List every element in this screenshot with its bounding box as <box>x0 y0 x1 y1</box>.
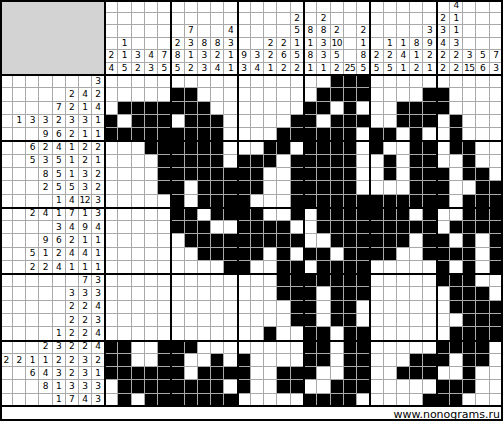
grid-cell[interactable] <box>211 367 224 380</box>
grid-cell[interactable] <box>264 208 277 221</box>
grid-cell[interactable] <box>185 234 198 247</box>
grid-cell[interactable] <box>437 248 450 261</box>
grid-cell[interactable] <box>132 301 145 314</box>
grid-cell[interactable] <box>331 221 344 234</box>
grid-cell[interactable] <box>437 314 450 327</box>
grid-cell[interactable] <box>437 341 450 354</box>
grid-cell[interactable] <box>264 88 277 101</box>
grid-cell[interactable] <box>397 314 410 327</box>
grid-cell[interactable] <box>490 195 503 208</box>
grid-cell[interactable] <box>185 102 198 115</box>
grid-cell[interactable] <box>132 380 145 393</box>
grid-cell[interactable] <box>277 155 290 168</box>
grid-cell[interactable] <box>291 248 304 261</box>
grid-cell[interactable] <box>397 208 410 221</box>
grid-cell[interactable] <box>211 155 224 168</box>
grid-cell[interactable] <box>277 354 290 367</box>
grid-cell[interactable] <box>264 155 277 168</box>
grid-cell[interactable] <box>397 115 410 128</box>
grid-cell[interactable] <box>251 88 264 101</box>
grid-cell[interactable] <box>344 274 357 287</box>
grid-cell[interactable] <box>105 88 118 101</box>
grid-cell[interactable] <box>171 301 184 314</box>
grid-cell[interactable] <box>251 341 264 354</box>
grid-cell[interactable] <box>185 195 198 208</box>
grid-cell[interactable] <box>118 208 131 221</box>
grid-cell[interactable] <box>331 341 344 354</box>
grid-cell[interactable] <box>397 327 410 340</box>
grid-cell[interactable] <box>423 248 436 261</box>
grid-cell[interactable] <box>118 115 131 128</box>
grid-cell[interactable] <box>304 155 317 168</box>
grid-cell[interactable] <box>211 234 224 247</box>
grid-cell[interactable] <box>224 141 237 154</box>
grid-cell[interactable] <box>410 168 423 181</box>
grid-cell[interactable] <box>277 88 290 101</box>
grid-cell[interactable] <box>105 115 118 128</box>
grid-cell[interactable] <box>198 354 211 367</box>
grid-cell[interactable] <box>251 208 264 221</box>
grid-cell[interactable] <box>145 168 158 181</box>
grid-cell[interactable] <box>211 181 224 194</box>
grid-cell[interactable] <box>463 221 476 234</box>
grid-cell[interactable] <box>463 301 476 314</box>
grid-cell[interactable] <box>344 380 357 393</box>
grid-cell[interactable] <box>185 354 198 367</box>
grid-cell[interactable] <box>198 88 211 101</box>
grid-cell[interactable] <box>490 341 503 354</box>
grid-cell[interactable] <box>423 75 436 88</box>
grid-cell[interactable] <box>224 301 237 314</box>
grid-cell[interactable] <box>224 75 237 88</box>
grid-cell[interactable] <box>397 287 410 300</box>
grid-cell[interactable] <box>264 327 277 340</box>
grid-cell[interactable] <box>370 155 383 168</box>
grid-cell[interactable] <box>344 287 357 300</box>
grid-cell[interactable] <box>437 380 450 393</box>
grid-cell[interactable] <box>317 380 330 393</box>
grid-cell[interactable] <box>397 181 410 194</box>
grid-cell[interactable] <box>304 75 317 88</box>
grid-cell[interactable] <box>304 341 317 354</box>
grid-cell[interactable] <box>118 354 131 367</box>
grid-cell[interactable] <box>384 88 397 101</box>
grid-cell[interactable] <box>423 301 436 314</box>
grid-cell[interactable] <box>450 141 463 154</box>
grid-cell[interactable] <box>198 75 211 88</box>
grid-cell[interactable] <box>198 301 211 314</box>
grid-cell[interactable] <box>118 327 131 340</box>
grid-cell[interactable] <box>198 234 211 247</box>
grid-cell[interactable] <box>105 208 118 221</box>
grid-cell[interactable] <box>397 155 410 168</box>
grid-cell[interactable] <box>105 301 118 314</box>
grid-cell[interactable] <box>317 181 330 194</box>
grid-cell[interactable] <box>437 88 450 101</box>
grid-cell[interactable] <box>304 195 317 208</box>
grid-cell[interactable] <box>317 314 330 327</box>
grid-cell[interactable] <box>423 155 436 168</box>
grid-cell[interactable] <box>251 287 264 300</box>
grid-cell[interactable] <box>410 314 423 327</box>
grid-cell[interactable] <box>238 248 251 261</box>
grid-cell[interactable] <box>423 367 436 380</box>
grid-cell[interactable] <box>490 221 503 234</box>
grid-cell[interactable] <box>490 327 503 340</box>
grid-cell[interactable] <box>145 341 158 354</box>
grid-cell[interactable] <box>490 287 503 300</box>
grid-cell[interactable] <box>145 287 158 300</box>
grid-cell[interactable] <box>317 327 330 340</box>
grid-cell[interactable] <box>251 102 264 115</box>
grid-cell[interactable] <box>132 354 145 367</box>
grid-cell[interactable] <box>437 181 450 194</box>
grid-cell[interactable] <box>238 181 251 194</box>
grid-cell[interactable] <box>251 274 264 287</box>
grid-cell[interactable] <box>171 208 184 221</box>
grid-cell[interactable] <box>317 301 330 314</box>
grid-cell[interactable] <box>291 221 304 234</box>
grid-cell[interactable] <box>463 380 476 393</box>
grid-cell[interactable] <box>384 327 397 340</box>
grid-cell[interactable] <box>211 195 224 208</box>
grid-cell[interactable] <box>185 301 198 314</box>
grid-cell[interactable] <box>145 221 158 234</box>
grid-cell[interactable] <box>410 274 423 287</box>
grid-cell[interactable] <box>198 208 211 221</box>
grid-cell[interactable] <box>277 115 290 128</box>
grid-cell[interactable] <box>476 102 489 115</box>
grid-cell[interactable] <box>463 314 476 327</box>
grid-cell[interactable] <box>145 354 158 367</box>
grid-cell[interactable] <box>344 354 357 367</box>
grid-cell[interactable] <box>317 221 330 234</box>
grid-cell[interactable] <box>490 115 503 128</box>
grid-cell[interactable] <box>463 208 476 221</box>
grid-cell[interactable] <box>450 327 463 340</box>
grid-cell[interactable] <box>277 287 290 300</box>
grid-cell[interactable] <box>277 234 290 247</box>
grid-cell[interactable] <box>437 75 450 88</box>
grid-cell[interactable] <box>331 115 344 128</box>
grid-cell[interactable] <box>291 367 304 380</box>
grid-cell[interactable] <box>118 301 131 314</box>
grid-cell[interactable] <box>410 367 423 380</box>
grid-cell[interactable] <box>344 102 357 115</box>
grid-cell[interactable] <box>132 274 145 287</box>
grid-cell[interactable] <box>185 274 198 287</box>
grid-cell[interactable] <box>410 301 423 314</box>
grid-cell[interactable] <box>238 195 251 208</box>
grid-cell[interactable] <box>211 141 224 154</box>
grid-cell[interactable] <box>171 181 184 194</box>
grid-cell[interactable] <box>171 287 184 300</box>
grid-cell[interactable] <box>476 181 489 194</box>
grid-cell[interactable] <box>397 354 410 367</box>
grid-cell[interactable] <box>317 234 330 247</box>
grid-cell[interactable] <box>490 248 503 261</box>
grid-cell[interactable] <box>251 380 264 393</box>
grid-cell[interactable] <box>331 380 344 393</box>
grid-cell[interactable] <box>238 168 251 181</box>
grid-cell[interactable] <box>105 354 118 367</box>
grid-cell[interactable] <box>264 221 277 234</box>
grid-cell[interactable] <box>331 208 344 221</box>
grid-cell[interactable] <box>238 274 251 287</box>
grid-cell[interactable] <box>463 155 476 168</box>
grid-cell[interactable] <box>490 301 503 314</box>
grid-cell[interactable] <box>304 221 317 234</box>
grid-cell[interactable] <box>105 367 118 380</box>
grid-cell[interactable] <box>105 75 118 88</box>
grid-cell[interactable] <box>370 367 383 380</box>
grid-cell[interactable] <box>198 274 211 287</box>
grid-cell[interactable] <box>490 234 503 247</box>
grid-cell[interactable] <box>264 115 277 128</box>
grid-cell[interactable] <box>132 88 145 101</box>
grid-cell[interactable] <box>370 88 383 101</box>
grid-cell[interactable] <box>277 102 290 115</box>
grid-cell[interactable] <box>384 141 397 154</box>
grid-cell[interactable] <box>344 75 357 88</box>
grid-cell[interactable] <box>185 168 198 181</box>
grid-cell[interactable] <box>437 354 450 367</box>
grid-cell[interactable] <box>370 181 383 194</box>
grid-cell[interactable] <box>490 208 503 221</box>
grid-cell[interactable] <box>264 195 277 208</box>
grid-cell[interactable] <box>317 287 330 300</box>
grid-cell[interactable] <box>251 248 264 261</box>
grid-cell[interactable] <box>171 115 184 128</box>
grid-cell[interactable] <box>198 327 211 340</box>
grid-cell[interactable] <box>118 168 131 181</box>
grid-cell[interactable] <box>211 168 224 181</box>
grid-cell[interactable] <box>277 168 290 181</box>
grid-cell[interactable] <box>304 115 317 128</box>
grid-cell[interactable] <box>304 274 317 287</box>
grid-cell[interactable] <box>437 102 450 115</box>
grid-cell[interactable] <box>476 221 489 234</box>
grid-cell[interactable] <box>185 208 198 221</box>
grid-cell[interactable] <box>304 234 317 247</box>
grid-cell[interactable] <box>450 380 463 393</box>
grid-cell[interactable] <box>211 314 224 327</box>
grid-cell[interactable] <box>410 102 423 115</box>
grid-cell[interactable] <box>384 102 397 115</box>
grid-cell[interactable] <box>198 155 211 168</box>
grid-cell[interactable] <box>384 168 397 181</box>
grid-cell[interactable] <box>423 274 436 287</box>
grid-cell[interactable] <box>410 287 423 300</box>
grid-cell[interactable] <box>132 248 145 261</box>
grid-cell[interactable] <box>331 367 344 380</box>
site-link[interactable]: www.nonograms.ru <box>393 408 503 421</box>
grid-cell[interactable] <box>198 287 211 300</box>
grid-cell[interactable] <box>291 327 304 340</box>
grid-cell[interactable] <box>450 341 463 354</box>
grid-cell[interactable] <box>185 248 198 261</box>
grid-cell[interactable] <box>251 195 264 208</box>
grid-cell[interactable] <box>132 287 145 300</box>
grid-cell[interactable] <box>105 234 118 247</box>
grid-cell[interactable] <box>384 234 397 247</box>
grid-cell[interactable] <box>476 287 489 300</box>
grid-cell[interactable] <box>384 115 397 128</box>
grid-cell[interactable] <box>397 168 410 181</box>
grid-cell[interactable] <box>437 208 450 221</box>
grid-cell[interactable] <box>171 274 184 287</box>
grid-cell[interactable] <box>317 274 330 287</box>
grid-cell[interactable] <box>437 327 450 340</box>
grid-cell[interactable] <box>251 221 264 234</box>
grid-cell[interactable] <box>105 102 118 115</box>
grid-cell[interactable] <box>224 380 237 393</box>
grid-cell[interactable] <box>211 287 224 300</box>
grid-cell[interactable] <box>171 354 184 367</box>
grid-cell[interactable] <box>291 380 304 393</box>
grid-cell[interactable] <box>238 155 251 168</box>
grid-cell[interactable] <box>118 195 131 208</box>
grid-cell[interactable] <box>344 141 357 154</box>
grid-cell[interactable] <box>211 221 224 234</box>
grid-cell[interactable] <box>370 274 383 287</box>
grid-cell[interactable] <box>118 221 131 234</box>
grid-cell[interactable] <box>238 301 251 314</box>
grid-cell[interactable] <box>118 380 131 393</box>
grid-cell[interactable] <box>331 314 344 327</box>
grid-cell[interactable] <box>132 115 145 128</box>
grid-cell[interactable] <box>132 341 145 354</box>
grid-cell[interactable] <box>251 155 264 168</box>
grid-cell[interactable] <box>132 181 145 194</box>
grid-cell[interactable] <box>211 102 224 115</box>
grid-cell[interactable] <box>344 234 357 247</box>
grid-cell[interactable] <box>145 155 158 168</box>
grid-cell[interactable] <box>105 327 118 340</box>
grid-cell[interactable] <box>490 354 503 367</box>
grid-cell[interactable] <box>304 88 317 101</box>
grid-cell[interactable] <box>463 195 476 208</box>
grid-cell[interactable] <box>384 341 397 354</box>
grid-cell[interactable] <box>238 102 251 115</box>
grid-cell[interactable] <box>476 234 489 247</box>
grid-cell[interactable] <box>238 88 251 101</box>
grid-cell[interactable] <box>331 155 344 168</box>
grid-cell[interactable] <box>463 181 476 194</box>
grid-cell[interactable] <box>476 248 489 261</box>
grid-cell[interactable] <box>211 380 224 393</box>
grid-cell[interactable] <box>251 367 264 380</box>
grid-cell[interactable] <box>331 181 344 194</box>
grid-cell[interactable] <box>463 287 476 300</box>
grid-cell[interactable] <box>423 221 436 234</box>
grid-cell[interactable] <box>185 287 198 300</box>
grid-cell[interactable] <box>224 314 237 327</box>
grid-cell[interactable] <box>437 234 450 247</box>
grid-cell[interactable] <box>185 75 198 88</box>
grid-cell[interactable] <box>238 208 251 221</box>
grid-cell[interactable] <box>410 155 423 168</box>
grid-cell[interactable] <box>331 327 344 340</box>
grid-cell[interactable] <box>370 168 383 181</box>
grid-cell[interactable] <box>397 367 410 380</box>
grid-cell[interactable] <box>476 367 489 380</box>
grid-cell[interactable] <box>344 115 357 128</box>
grid-cell[interactable] <box>437 274 450 287</box>
grid-cell[interactable] <box>331 301 344 314</box>
grid-cell[interactable] <box>185 155 198 168</box>
grid-cell[interactable] <box>291 168 304 181</box>
grid-cell[interactable] <box>185 115 198 128</box>
grid-cell[interactable] <box>410 248 423 261</box>
grid-cell[interactable] <box>145 248 158 261</box>
grid-cell[interactable] <box>171 88 184 101</box>
grid-cell[interactable] <box>198 380 211 393</box>
grid-cell[interactable] <box>317 208 330 221</box>
grid-cell[interactable] <box>437 367 450 380</box>
grid-cell[interactable] <box>317 168 330 181</box>
grid-cell[interactable] <box>211 75 224 88</box>
grid-cell[interactable] <box>145 301 158 314</box>
grid-cell[interactable] <box>304 367 317 380</box>
grid-cell[interactable] <box>370 248 383 261</box>
grid-cell[interactable] <box>384 248 397 261</box>
grid-cell[interactable] <box>145 208 158 221</box>
grid-cell[interactable] <box>344 221 357 234</box>
grid-cell[interactable] <box>105 155 118 168</box>
grid-cell[interactable] <box>450 88 463 101</box>
grid-cell[interactable] <box>277 195 290 208</box>
grid-cell[interactable] <box>490 168 503 181</box>
grid-cell[interactable] <box>476 208 489 221</box>
grid-cell[interactable] <box>423 115 436 128</box>
grid-cell[interactable] <box>450 208 463 221</box>
grid-cell[interactable] <box>463 75 476 88</box>
grid-cell[interactable] <box>397 301 410 314</box>
grid-cell[interactable] <box>105 314 118 327</box>
grid-cell[interactable] <box>105 168 118 181</box>
grid-cell[interactable] <box>450 248 463 261</box>
grid-cell[interactable] <box>490 75 503 88</box>
grid-cell[interactable] <box>463 367 476 380</box>
grid-cell[interactable] <box>344 327 357 340</box>
grid-cell[interactable] <box>171 341 184 354</box>
grid-cell[interactable] <box>251 168 264 181</box>
grid-cell[interactable] <box>397 380 410 393</box>
grid-cell[interactable] <box>423 102 436 115</box>
grid-cell[interactable] <box>463 354 476 367</box>
grid-cell[interactable] <box>224 181 237 194</box>
grid-cell[interactable] <box>198 248 211 261</box>
grid-cell[interactable] <box>132 221 145 234</box>
grid-cell[interactable] <box>384 380 397 393</box>
grid-cell[interactable] <box>291 287 304 300</box>
grid-cell[interactable] <box>118 341 131 354</box>
grid-cell[interactable] <box>264 314 277 327</box>
grid-cell[interactable] <box>185 380 198 393</box>
grid-cell[interactable] <box>198 221 211 234</box>
grid-cell[interactable] <box>370 234 383 247</box>
grid-cell[interactable] <box>437 287 450 300</box>
grid-cell[interactable] <box>423 234 436 247</box>
grid-cell[interactable] <box>277 301 290 314</box>
grid-cell[interactable] <box>238 354 251 367</box>
grid-cell[interactable] <box>132 208 145 221</box>
grid-cell[interactable] <box>145 234 158 247</box>
grid-cell[interactable] <box>397 221 410 234</box>
grid-cell[interactable] <box>304 301 317 314</box>
grid-cell[interactable] <box>410 208 423 221</box>
